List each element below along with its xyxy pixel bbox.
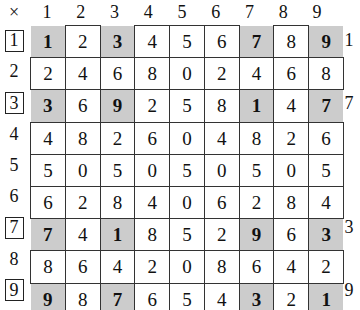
table-row-2: 246802468	[31, 58, 344, 90]
cell-r8c7: 6	[239, 251, 274, 283]
cell-r3c8: 4	[274, 90, 309, 122]
inverse-label-empty-row-6	[338, 181, 360, 212]
cell-r4c1: 4	[31, 122, 66, 154]
cell-r1c8: 8	[274, 26, 309, 58]
cell-r8c6: 8	[204, 251, 239, 283]
cell-r6c3: 8	[100, 186, 135, 218]
table-row-6: 628406284	[31, 186, 344, 218]
row-header-5: 5	[0, 150, 28, 181]
cell-r8c8: 4	[274, 251, 309, 283]
grid-body: 1234567892468024683692581474826048265050…	[31, 26, 344, 310]
cell-r1c3: 3	[100, 26, 135, 58]
cell-r6c6: 6	[204, 186, 239, 218]
col-header-7: 7	[233, 1, 267, 24]
cell-r1c2: 2	[65, 26, 100, 58]
cell-r8c3: 4	[100, 251, 135, 283]
cell-r7c7: 9	[239, 219, 274, 251]
cell-r1c5: 5	[170, 26, 205, 58]
cell-r5c1: 5	[31, 154, 66, 186]
inverse-label-row-7: 3	[338, 212, 360, 243]
col-header-2: 2	[64, 1, 98, 24]
cell-r4c8: 2	[274, 122, 309, 154]
cell-r7c4: 8	[135, 219, 170, 251]
inverse-label-empty-row-8	[338, 244, 360, 275]
cell-r9c8: 2	[274, 283, 309, 310]
cell-r5c3: 5	[100, 154, 135, 186]
inverse-label-row-3: 7	[338, 87, 360, 118]
cell-r2c6: 2	[204, 58, 239, 90]
col-header-1: 1	[30, 1, 64, 24]
cell-r6c1: 6	[31, 186, 66, 218]
cell-r2c3: 6	[100, 58, 135, 90]
table-row-7: 741852963	[31, 219, 344, 251]
row-header-7: 7	[0, 212, 28, 243]
cell-r1c7: 7	[239, 26, 274, 58]
cell-r9c2: 8	[65, 283, 100, 310]
cell-r6c5: 0	[170, 186, 205, 218]
cell-r5c7: 5	[239, 154, 274, 186]
cell-r6c7: 2	[239, 186, 274, 218]
table-row-9: 987654321	[31, 283, 344, 310]
cell-r3c4: 2	[135, 90, 170, 122]
cell-r3c2: 6	[65, 90, 100, 122]
cell-r8c1: 8	[31, 251, 66, 283]
cell-r9c3: 7	[100, 283, 135, 310]
cell-r3c1: 3	[31, 90, 66, 122]
inverse-label-empty-row-5	[338, 150, 360, 181]
table-row-4: 482604826	[31, 122, 344, 154]
cell-r3c5: 5	[170, 90, 205, 122]
cell-r9c5: 5	[170, 283, 205, 310]
cell-r4c7: 8	[239, 122, 274, 154]
cell-r4c2: 8	[65, 122, 100, 154]
cell-r1c4: 4	[135, 26, 170, 58]
cell-r6c8: 8	[274, 186, 309, 218]
units-digit-multiplication-table: × 123456789 123456789 123456789246802468…	[0, 0, 360, 310]
cell-r5c2: 0	[65, 154, 100, 186]
col-header-9: 9	[300, 1, 334, 24]
col-header-6: 6	[199, 1, 233, 24]
row-header-box-1: 1	[5, 30, 24, 52]
cell-r2c5: 0	[170, 58, 205, 90]
cell-r7c3: 1	[100, 219, 135, 251]
inverse-label-row-9: 9	[338, 275, 360, 306]
row-header-box-7: 7	[5, 217, 24, 239]
cell-r7c6: 2	[204, 219, 239, 251]
cell-r1c6: 6	[204, 26, 239, 58]
cell-r6c4: 4	[135, 186, 170, 218]
cell-r5c5: 5	[170, 154, 205, 186]
row-header-9: 9	[0, 275, 28, 306]
cell-r9c1: 9	[31, 283, 66, 310]
col-header-4: 4	[131, 1, 165, 24]
cell-r2c7: 4	[239, 58, 274, 90]
inverse-label-row-1: 1	[338, 25, 360, 56]
col-header-8: 8	[266, 1, 300, 24]
cell-r7c1: 7	[31, 219, 66, 251]
row-header-3: 3	[0, 87, 28, 118]
inverse-labels: 1739	[338, 25, 360, 306]
row-header-6: 6	[0, 181, 28, 212]
table-row-1: 123456789	[31, 26, 344, 58]
cell-r3c6: 8	[204, 90, 239, 122]
row-headers: 123456789	[0, 25, 28, 306]
row-header-4: 4	[0, 119, 28, 150]
cell-r4c3: 2	[100, 122, 135, 154]
inverse-label-empty-row-2	[338, 56, 360, 87]
cell-r2c1: 2	[31, 58, 66, 90]
cell-r8c5: 0	[170, 251, 205, 283]
cell-r4c5: 0	[170, 122, 205, 154]
table-row-3: 369258147	[31, 90, 344, 122]
cell-r6c2: 2	[65, 186, 100, 218]
table-row-5: 505050505	[31, 154, 344, 186]
times-operator: ×	[0, 1, 28, 24]
cell-r5c6: 0	[204, 154, 239, 186]
row-header-2: 2	[0, 56, 28, 87]
table-row-8: 864208642	[31, 251, 344, 283]
cell-r7c8: 6	[274, 219, 309, 251]
col-header-5: 5	[165, 1, 199, 24]
cell-r4c4: 6	[135, 122, 170, 154]
row-header-8: 8	[0, 244, 28, 275]
cell-r5c4: 0	[135, 154, 170, 186]
cell-r2c8: 6	[274, 58, 309, 90]
column-headers: 123456789	[30, 1, 334, 24]
cell-r9c6: 4	[204, 283, 239, 310]
cell-r5c8: 0	[274, 154, 309, 186]
col-header-3: 3	[98, 1, 132, 24]
cell-r2c4: 8	[135, 58, 170, 90]
row-header-1: 1	[0, 25, 28, 56]
cell-r4c6: 4	[204, 122, 239, 154]
cell-r1c1: 1	[31, 26, 66, 58]
cell-r3c7: 1	[239, 90, 274, 122]
cell-r9c4: 6	[135, 283, 170, 310]
cell-r3c3: 9	[100, 90, 135, 122]
row-header-box-3: 3	[5, 92, 24, 114]
cell-r7c5: 5	[170, 219, 205, 251]
cell-r2c2: 4	[65, 58, 100, 90]
cell-r8c2: 6	[65, 251, 100, 283]
units-digit-grid: 1234567892468024683692581474826048265050…	[30, 25, 344, 310]
cell-r9c7: 3	[239, 283, 274, 310]
cell-r7c2: 4	[65, 219, 100, 251]
inverse-label-empty-row-4	[338, 119, 360, 150]
row-header-box-9: 9	[5, 279, 24, 301]
cell-r8c4: 2	[135, 251, 170, 283]
